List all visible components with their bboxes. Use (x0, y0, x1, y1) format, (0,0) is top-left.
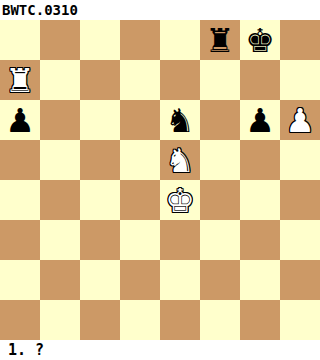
square-f3[interactable] (200, 220, 240, 260)
square-f5[interactable] (200, 140, 240, 180)
square-g4[interactable] (240, 180, 280, 220)
white-rook: ♜ (5, 64, 35, 97)
white-knight: ♞ (165, 144, 195, 177)
square-d5[interactable] (120, 140, 160, 180)
square-e5[interactable]: ♞ (160, 140, 200, 180)
square-h7[interactable] (280, 60, 320, 100)
square-e8[interactable] (160, 20, 200, 60)
square-b8[interactable] (40, 20, 80, 60)
square-b7[interactable] (40, 60, 80, 100)
square-g3[interactable] (240, 220, 280, 260)
square-c2[interactable] (80, 260, 120, 300)
square-e3[interactable] (160, 220, 200, 260)
square-e4[interactable]: ♚ (160, 180, 200, 220)
square-h6[interactable]: ♟ (280, 100, 320, 140)
black-knight: ♞ (165, 104, 195, 137)
square-e2[interactable] (160, 260, 200, 300)
puzzle-id-label: BWTC.0310 (2, 2, 78, 18)
square-h4[interactable] (280, 180, 320, 220)
square-e7[interactable] (160, 60, 200, 100)
square-a4[interactable] (0, 180, 40, 220)
square-g2[interactable] (240, 260, 280, 300)
square-c6[interactable] (80, 100, 120, 140)
square-h5[interactable] (280, 140, 320, 180)
white-pawn: ♟ (285, 104, 315, 137)
square-e6[interactable]: ♞ (160, 100, 200, 140)
square-b6[interactable] (40, 100, 80, 140)
white-king: ♚ (165, 184, 195, 217)
square-a7[interactable]: ♜ (0, 60, 40, 100)
square-f1[interactable] (200, 300, 240, 340)
square-c3[interactable] (80, 220, 120, 260)
square-h2[interactable] (280, 260, 320, 300)
square-a1[interactable] (0, 300, 40, 340)
square-f7[interactable] (200, 60, 240, 100)
square-b3[interactable] (40, 220, 80, 260)
square-g7[interactable] (240, 60, 280, 100)
chess-puzzle-page: BWTC.0310 ♜♚♜♟♞♟♟♞♚ 1. ? (0, 0, 320, 360)
square-g6[interactable]: ♟ (240, 100, 280, 140)
chess-board: ♜♚♜♟♞♟♟♞♚ (0, 20, 320, 340)
square-c1[interactable] (80, 300, 120, 340)
square-f6[interactable] (200, 100, 240, 140)
square-c8[interactable] (80, 20, 120, 60)
black-pawn: ♟ (5, 104, 35, 137)
square-a5[interactable] (0, 140, 40, 180)
square-a8[interactable] (0, 20, 40, 60)
black-pawn: ♟ (245, 104, 275, 137)
square-h8[interactable] (280, 20, 320, 60)
square-d2[interactable] (120, 260, 160, 300)
square-a6[interactable]: ♟ (0, 100, 40, 140)
square-h3[interactable] (280, 220, 320, 260)
square-h1[interactable] (280, 300, 320, 340)
square-g1[interactable] (240, 300, 280, 340)
square-g8[interactable]: ♚ (240, 20, 280, 60)
square-d6[interactable] (120, 100, 160, 140)
square-d8[interactable] (120, 20, 160, 60)
move-prompt-label: 1. ? (8, 341, 44, 359)
square-b2[interactable] (40, 260, 80, 300)
square-b5[interactable] (40, 140, 80, 180)
black-king: ♚ (245, 24, 275, 57)
square-c4[interactable] (80, 180, 120, 220)
square-f4[interactable] (200, 180, 240, 220)
header-bar: BWTC.0310 (0, 0, 320, 20)
square-d3[interactable] (120, 220, 160, 260)
footer-bar: 1. ? (0, 340, 320, 360)
square-d4[interactable] (120, 180, 160, 220)
square-d7[interactable] (120, 60, 160, 100)
black-rook: ♜ (205, 24, 235, 57)
square-e1[interactable] (160, 300, 200, 340)
square-f8[interactable]: ♜ (200, 20, 240, 60)
square-a2[interactable] (0, 260, 40, 300)
square-b1[interactable] (40, 300, 80, 340)
square-c5[interactable] (80, 140, 120, 180)
square-g5[interactable] (240, 140, 280, 180)
square-b4[interactable] (40, 180, 80, 220)
square-c7[interactable] (80, 60, 120, 100)
square-f2[interactable] (200, 260, 240, 300)
square-a3[interactable] (0, 220, 40, 260)
square-d1[interactable] (120, 300, 160, 340)
